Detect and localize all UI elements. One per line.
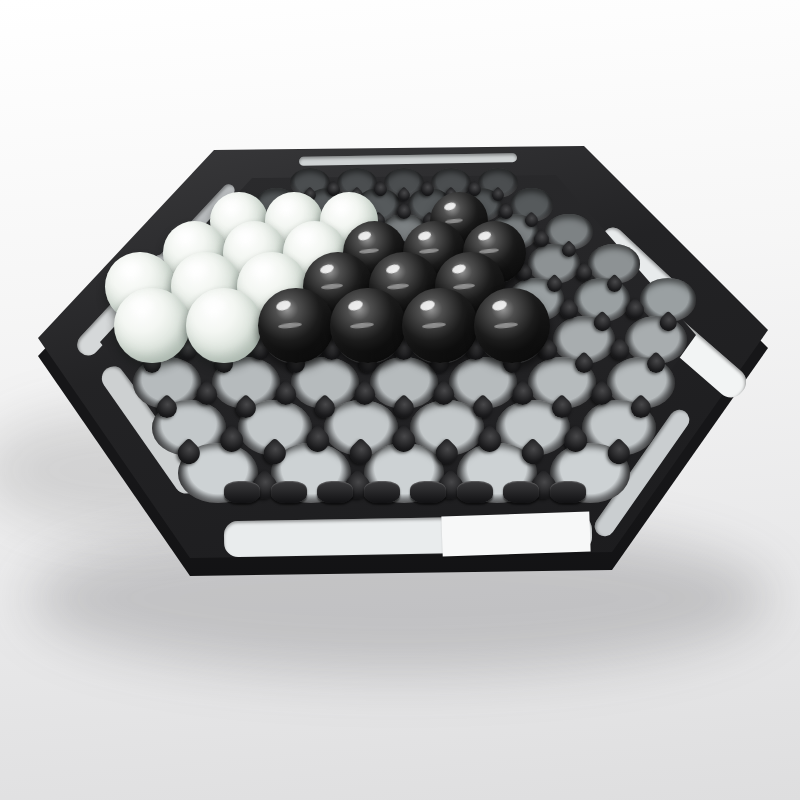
marble-highlight (176, 229, 195, 242)
marble-highlight (121, 262, 142, 276)
marble-highlight (278, 321, 303, 329)
marble-highlight (419, 299, 436, 312)
marble-highlight (443, 201, 456, 211)
marble-highlight (278, 200, 295, 212)
marble-highlight (491, 299, 508, 312)
marble-highlight (385, 263, 401, 275)
platform-edge-tab (271, 481, 307, 503)
marble-highlight (319, 263, 335, 275)
platform-edge-tab (550, 481, 586, 503)
marble-highlight (477, 230, 491, 241)
platform-edge-tab (364, 481, 400, 503)
marble-highlight (451, 263, 467, 275)
platform-edge-tab (410, 481, 446, 503)
white-marble[interactable] (114, 288, 190, 364)
marble-highlight (187, 262, 208, 276)
black-marble[interactable] (330, 288, 406, 364)
marble-highlight (275, 299, 292, 312)
marble-highlight (347, 299, 364, 312)
platform-edge-tab (503, 481, 539, 503)
marble-highlight (387, 283, 410, 290)
marble-highlight (494, 321, 519, 329)
marble-highlight (350, 321, 375, 329)
black-marble[interactable] (474, 288, 550, 364)
marble-highlight (253, 262, 274, 276)
board-scene (0, 0, 800, 800)
marble-highlight (333, 200, 350, 212)
marble-highlight (419, 248, 440, 254)
platform-edge-tab (457, 481, 493, 503)
marble-highlight (359, 248, 380, 254)
marble-highlight (453, 283, 476, 290)
marble-highlight (296, 229, 315, 242)
marble-highlight (236, 229, 255, 242)
marble-highlight (131, 298, 154, 313)
platform-edge-tab (317, 481, 353, 503)
marble-highlight (321, 283, 344, 290)
marble-highlight (422, 321, 447, 329)
sticker-label (441, 511, 590, 556)
marble-highlight (357, 230, 371, 241)
marble-highlight (203, 298, 226, 313)
platform-edge-tab (224, 481, 260, 503)
black-marble[interactable] (402, 288, 478, 364)
marble-highlight (223, 200, 240, 212)
black-marble[interactable] (258, 288, 334, 364)
white-marble[interactable] (186, 288, 262, 364)
marble-highlight (445, 218, 464, 224)
marble-highlight (417, 230, 431, 241)
